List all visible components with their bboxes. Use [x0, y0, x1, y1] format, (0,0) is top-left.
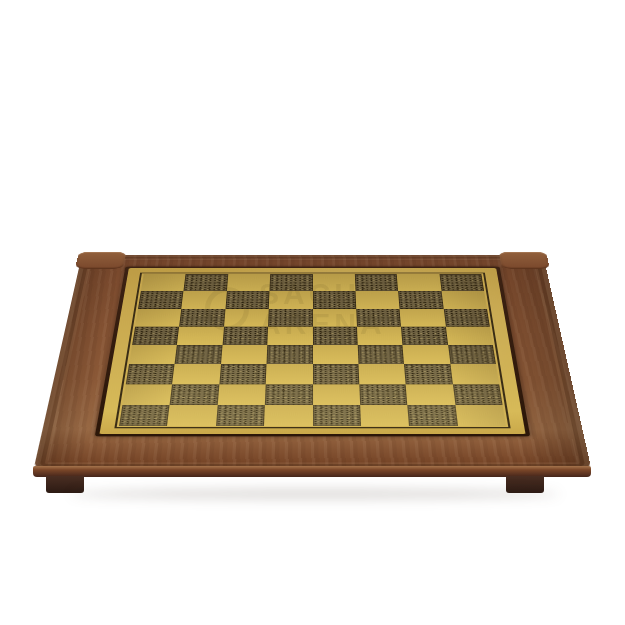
square [360, 405, 409, 426]
square [264, 405, 312, 426]
square [119, 405, 170, 426]
square [443, 309, 490, 327]
square [439, 274, 484, 291]
square [450, 364, 499, 384]
square [266, 364, 313, 384]
square [170, 384, 219, 405]
square [313, 326, 358, 345]
square [313, 291, 357, 308]
square [270, 274, 313, 291]
square [221, 345, 268, 364]
square [224, 309, 269, 327]
square [359, 384, 407, 405]
square [313, 309, 357, 327]
square [453, 384, 503, 405]
square [219, 364, 266, 384]
square [404, 364, 452, 384]
square [356, 309, 401, 327]
square [138, 291, 184, 308]
square [313, 405, 361, 426]
square [141, 274, 186, 291]
square [172, 364, 220, 384]
chess-board [33, 255, 591, 470]
square [313, 384, 361, 405]
frame-corner-molding-top-right [499, 252, 550, 269]
square [135, 309, 182, 327]
square [358, 345, 405, 364]
square [267, 326, 312, 345]
board-shadow [70, 489, 560, 499]
square [313, 345, 359, 364]
square [225, 291, 269, 308]
square [177, 326, 224, 345]
product-photo-scene: SACH ARENA [0, 0, 625, 625]
square [222, 326, 268, 345]
square [400, 309, 446, 327]
square [265, 384, 313, 405]
square [358, 364, 405, 384]
brass-playing-surface [99, 268, 525, 434]
square [446, 326, 493, 345]
square [355, 291, 399, 308]
square [122, 384, 172, 405]
square [441, 291, 487, 308]
square [175, 345, 222, 364]
square [132, 326, 179, 345]
square [268, 309, 312, 327]
square [227, 274, 271, 291]
checkerboard [119, 274, 506, 426]
square [129, 345, 177, 364]
square [401, 326, 448, 345]
square [269, 291, 313, 308]
square [184, 274, 228, 291]
square [126, 364, 175, 384]
square [398, 291, 443, 308]
checkerboard-border [114, 273, 510, 429]
square [408, 405, 458, 426]
wooden-frame [33, 255, 591, 470]
square [182, 291, 227, 308]
frame-inner-groove [95, 267, 531, 437]
frame-corner-molding-top-left [75, 252, 126, 269]
square [216, 405, 265, 426]
square [267, 345, 313, 364]
square [355, 274, 399, 291]
left-foot [46, 476, 84, 493]
square [313, 274, 356, 291]
square [313, 364, 360, 384]
square [397, 274, 441, 291]
square [179, 309, 225, 327]
square [448, 345, 496, 364]
square [357, 326, 403, 345]
square [217, 384, 265, 405]
square [455, 405, 506, 426]
square [403, 345, 450, 364]
square [406, 384, 455, 405]
square [167, 405, 217, 426]
